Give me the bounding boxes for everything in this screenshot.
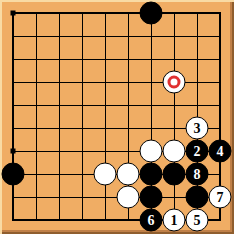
grid-line-horizontal [13, 59, 220, 60]
grid-line-vertical [82, 13, 83, 220]
black-stone [140, 163, 163, 186]
black-stone: 8 [186, 163, 209, 186]
white-stone [163, 140, 186, 163]
stone-move-number: 2 [194, 144, 201, 158]
white-stone [117, 163, 140, 186]
black-stone: 4 [209, 140, 232, 163]
white-stone [117, 186, 140, 209]
stone-move-number: 4 [217, 144, 224, 158]
stone-move-number: 5 [194, 213, 201, 227]
black-stone: 2 [186, 140, 209, 163]
black-stone: 6 [140, 209, 163, 232]
grid-line-vertical [36, 13, 37, 220]
white-stone: 3 [186, 117, 209, 140]
white-stone: 1 [163, 209, 186, 232]
hoshi-square-marker [11, 11, 16, 16]
grid-line-horizontal [13, 82, 220, 83]
stone-move-number: 7 [217, 190, 224, 204]
grid-line-vertical [174, 13, 175, 220]
black-stone [186, 186, 209, 209]
white-stone: 5 [186, 209, 209, 232]
go-board-diagram: 32487615 [0, 0, 234, 234]
stone-move-number: 8 [194, 167, 201, 181]
red-circle-marker [168, 76, 181, 89]
grid-line-vertical [105, 13, 106, 220]
black-stone [2, 163, 25, 186]
white-stone [163, 71, 186, 94]
black-stone [140, 2, 163, 25]
grid-line-horizontal [13, 36, 220, 37]
stone-move-number: 6 [148, 213, 155, 227]
grid-line-horizontal [13, 105, 220, 106]
white-stone [94, 163, 117, 186]
hoshi-square-marker [11, 149, 16, 154]
stone-move-number: 1 [171, 213, 178, 227]
stone-move-number: 3 [194, 121, 201, 135]
white-stone: 7 [209, 186, 232, 209]
white-stone [140, 140, 163, 163]
black-stone [163, 163, 186, 186]
grid-line-vertical [59, 13, 60, 220]
black-stone [140, 186, 163, 209]
